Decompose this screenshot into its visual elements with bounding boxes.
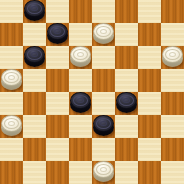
checkers-board [0,0,184,184]
square-r1-c4[interactable] [92,23,115,46]
square-r5-c6[interactable] [138,115,161,138]
square-r6-c0 [0,138,23,161]
square-r2-c3[interactable] [69,46,92,69]
square-r5-c4[interactable] [92,115,115,138]
square-r6-c7[interactable] [161,138,184,161]
square-r3-c0[interactable] [0,69,23,92]
square-r3-c5 [115,69,138,92]
square-r7-c2[interactable] [46,161,69,184]
black-man[interactable] [70,92,91,113]
black-man[interactable] [93,115,114,136]
white-man[interactable] [93,161,114,182]
square-r3-c3 [69,69,92,92]
square-r7-c6[interactable] [138,161,161,184]
square-r0-c0 [0,0,23,23]
square-r0-c7[interactable] [161,0,184,23]
square-r3-c1 [23,69,46,92]
square-r2-c6 [138,46,161,69]
square-r1-c1 [23,23,46,46]
square-r0-c1[interactable] [23,0,46,23]
piece-inner-ring [31,52,38,57]
white-man[interactable] [162,46,183,67]
square-r5-c5 [115,115,138,138]
square-r7-c3 [69,161,92,184]
black-man[interactable] [47,23,68,44]
square-r4-c1[interactable] [23,92,46,115]
square-r2-c0 [0,46,23,69]
piece-inner-ring [8,121,15,126]
piece-inner-ring [54,29,61,34]
square-r2-c4 [92,46,115,69]
square-r7-c4[interactable] [92,161,115,184]
square-r0-c6 [138,0,161,23]
white-man[interactable] [1,115,22,136]
piece-inner-ring [169,52,176,57]
square-r5-c7 [161,115,184,138]
white-man[interactable] [93,23,114,44]
square-r1-c2[interactable] [46,23,69,46]
square-r5-c1 [23,115,46,138]
square-r6-c3[interactable] [69,138,92,161]
square-r6-c1[interactable] [23,138,46,161]
black-man[interactable] [24,0,45,21]
square-r6-c2 [46,138,69,161]
square-r1-c3 [69,23,92,46]
square-r1-c7 [161,23,184,46]
square-r2-c1[interactable] [23,46,46,69]
square-r0-c4 [92,0,115,23]
white-man[interactable] [70,46,91,67]
square-r0-c3[interactable] [69,0,92,23]
square-r4-c6 [138,92,161,115]
square-r3-c2[interactable] [46,69,69,92]
square-r2-c5[interactable] [115,46,138,69]
piece-inner-ring [100,167,107,172]
piece-inner-ring [100,29,107,34]
square-r3-c4[interactable] [92,69,115,92]
piece-inner-ring [31,6,38,11]
square-r6-c5[interactable] [115,138,138,161]
square-r2-c7[interactable] [161,46,184,69]
black-man[interactable] [116,92,137,113]
square-r6-c6 [138,138,161,161]
square-r1-c0[interactable] [0,23,23,46]
black-man[interactable] [24,46,45,67]
piece-inner-ring [8,75,15,80]
square-r5-c2[interactable] [46,115,69,138]
square-r4-c7[interactable] [161,92,184,115]
square-r0-c2 [46,0,69,23]
square-r3-c6[interactable] [138,69,161,92]
square-r7-c0[interactable] [0,161,23,184]
square-r4-c5[interactable] [115,92,138,115]
square-r1-c6[interactable] [138,23,161,46]
square-r7-c7 [161,161,184,184]
square-r4-c2 [46,92,69,115]
piece-inner-ring [77,52,84,57]
square-r5-c0[interactable] [0,115,23,138]
piece-inner-ring [123,98,130,103]
piece-inner-ring [100,121,107,126]
square-r5-c3 [69,115,92,138]
square-r4-c0 [0,92,23,115]
square-r6-c4 [92,138,115,161]
square-r2-c2 [46,46,69,69]
square-r4-c4 [92,92,115,115]
square-r0-c5[interactable] [115,0,138,23]
square-r4-c3[interactable] [69,92,92,115]
square-r7-c5 [115,161,138,184]
square-r7-c1 [23,161,46,184]
square-r3-c7 [161,69,184,92]
piece-inner-ring [77,98,84,103]
white-man[interactable] [1,69,22,90]
square-r1-c5 [115,23,138,46]
